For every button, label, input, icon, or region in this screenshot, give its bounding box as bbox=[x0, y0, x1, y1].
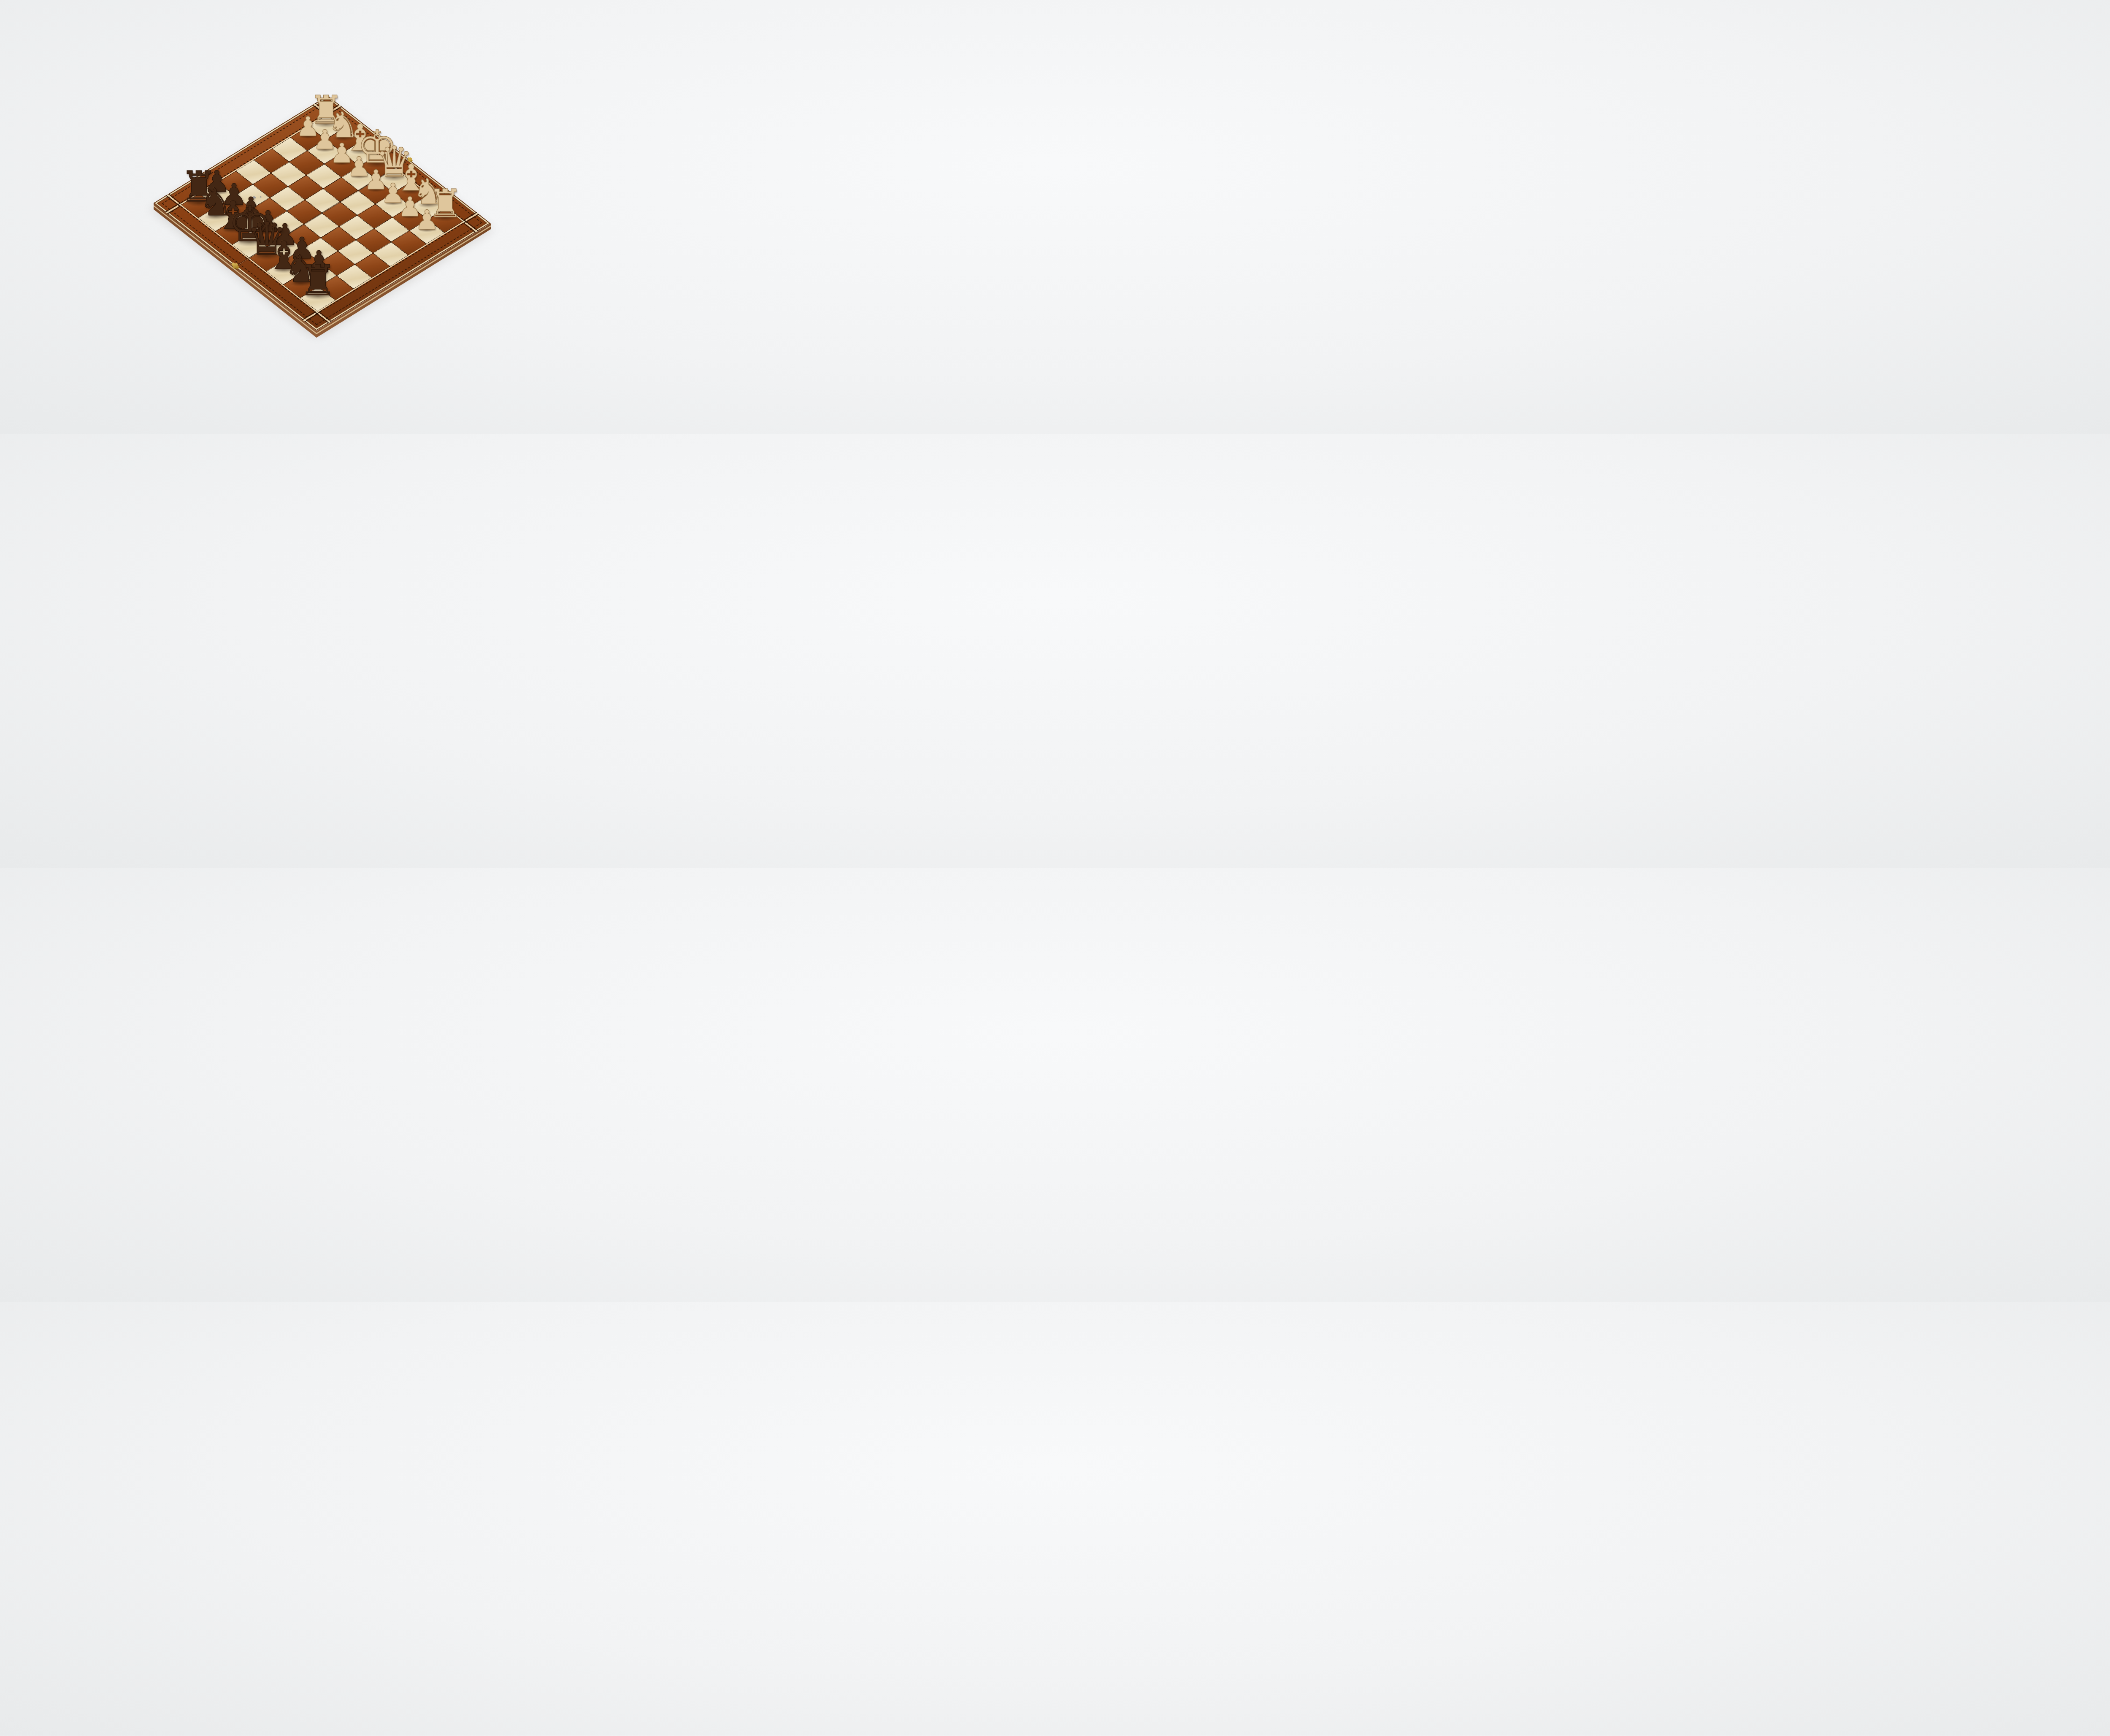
chessboard: ♜♞♝♛♚♝♞♜♟♟♟♟♟♟♟♟♜♞♝♛♚♝♞♜♟♟♟♟♟♟♟ bbox=[154, 95, 490, 330]
black-rook-glyph: ♜ bbox=[299, 260, 337, 302]
white-pawn-glyph: ♟ bbox=[415, 206, 439, 233]
page: { "game": "chess", "scene": "overhead-an… bbox=[0, 0, 651, 434]
pieces-layer: ♜♞♝♛♚♝♞♜♟♟♟♟♟♟♟♟♜♞♝♛♚♝♞♜♟♟♟♟♟♟♟ bbox=[154, 95, 490, 330]
